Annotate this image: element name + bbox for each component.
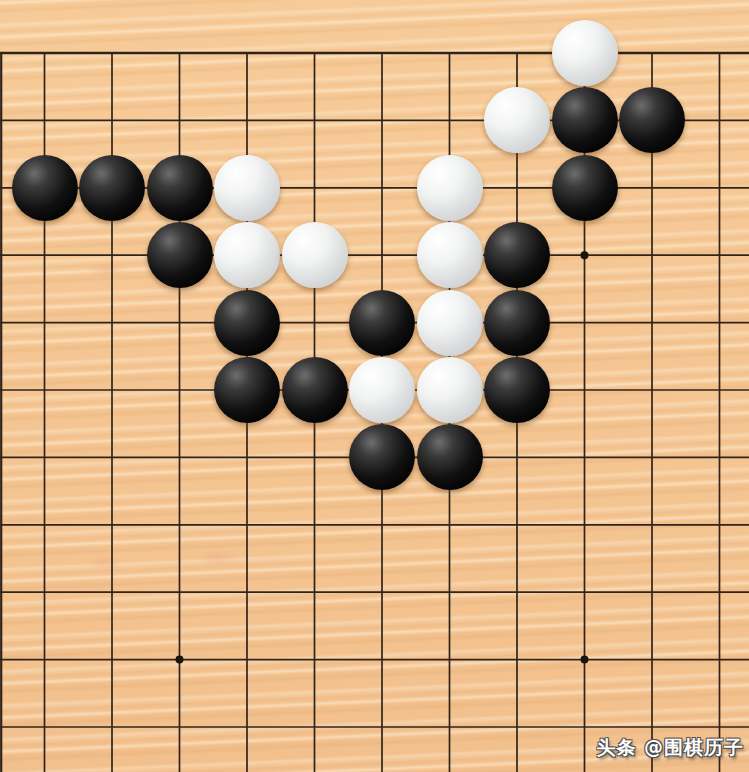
stone-black[interactable] [619,87,685,153]
stone-black[interactable] [349,290,415,356]
stone-white[interactable] [552,20,618,86]
stone-white[interactable] [417,155,483,221]
stone-white[interactable] [484,87,550,153]
stone-white[interactable] [349,357,415,423]
stone-black[interactable] [12,155,78,221]
stone-black[interactable] [349,424,415,490]
stone-black[interactable] [484,290,550,356]
stone-white[interactable] [214,155,280,221]
stone-black[interactable] [552,155,618,221]
stone-black[interactable] [214,357,280,423]
stone-black[interactable] [214,290,280,356]
stone-white[interactable] [282,222,348,288]
stone-white[interactable] [417,222,483,288]
go-board-diagram: 头条 @围棋历子 [0,0,749,772]
go-board[interactable] [11,19,749,760]
stone-black[interactable] [79,155,145,221]
stone-black[interactable] [147,222,213,288]
stone-black[interactable] [552,87,618,153]
stone-black[interactable] [484,222,550,288]
stone-white[interactable] [214,222,280,288]
watermark-text: 头条 @围棋历子 [596,735,744,761]
stone-black[interactable] [147,155,213,221]
stone-white[interactable] [417,357,483,423]
stone-black[interactable] [282,357,348,423]
stone-white[interactable] [417,290,483,356]
stone-black[interactable] [484,357,550,423]
stone-black[interactable] [417,424,483,490]
